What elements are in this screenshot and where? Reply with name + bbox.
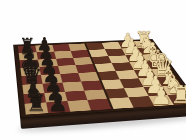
chess-board xyxy=(14,39,186,117)
square-a8 xyxy=(25,103,48,115)
square-a7 xyxy=(46,101,70,113)
chess-set-photo: ♜♟♟♜♞♟♟♞♝♟♟♝♚♟♟♚♛♟♟♛♝♟♟♝♞♟♟♞♜♟♟♜ xyxy=(0,0,186,140)
